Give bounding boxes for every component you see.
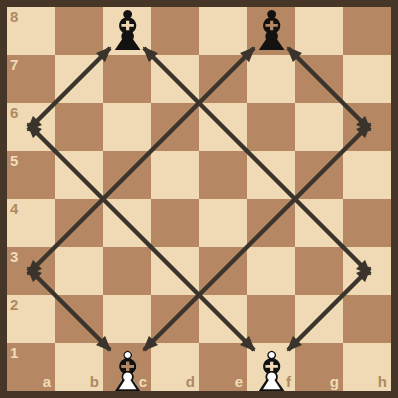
board-border: 87654321abcdefgh — [0, 0, 398, 398]
square-h4[interactable] — [343, 199, 391, 247]
rank-label-4: 4 — [10, 200, 18, 218]
square-d6[interactable] — [151, 103, 199, 151]
square-h7[interactable] — [343, 55, 391, 103]
square-g6[interactable] — [295, 103, 343, 151]
rank-label-8: 8 — [10, 8, 18, 26]
square-d1[interactable]: d — [151, 343, 199, 391]
square-b6[interactable] — [55, 103, 103, 151]
rank-label-6: 6 — [10, 104, 18, 122]
piece-white-bishop-c1[interactable]: ♝♗ — [103, 347, 151, 395]
square-b8[interactable] — [55, 7, 103, 55]
square-c5[interactable] — [103, 151, 151, 199]
square-e8[interactable] — [199, 7, 247, 55]
square-e1[interactable]: e — [199, 343, 247, 391]
square-c4[interactable] — [103, 199, 151, 247]
square-g4[interactable] — [295, 199, 343, 247]
square-d7[interactable] — [151, 55, 199, 103]
square-h1[interactable]: h — [343, 343, 391, 391]
file-label-b: b — [90, 374, 99, 390]
square-b4[interactable] — [55, 199, 103, 247]
square-c3[interactable] — [103, 247, 151, 295]
square-d5[interactable] — [151, 151, 199, 199]
square-a3[interactable]: 3 — [7, 247, 55, 295]
square-h3[interactable] — [343, 247, 391, 295]
rank-label-2: 2 — [10, 296, 18, 314]
square-g3[interactable] — [295, 247, 343, 295]
square-e3[interactable] — [199, 247, 247, 295]
rank-label-5: 5 — [10, 152, 18, 170]
square-c2[interactable] — [103, 295, 151, 343]
square-g5[interactable] — [295, 151, 343, 199]
square-d2[interactable] — [151, 295, 199, 343]
square-f6[interactable] — [247, 103, 295, 151]
square-a7[interactable]: 7 — [7, 55, 55, 103]
piece-black-bishop-f8[interactable]: ♝ — [247, 6, 295, 54]
square-e7[interactable] — [199, 55, 247, 103]
chess-diagram: 87654321abcdefgh ♝♝♝♗♝♗ — [0, 0, 398, 398]
square-a2[interactable]: 2 — [7, 295, 55, 343]
square-c6[interactable] — [103, 103, 151, 151]
square-b3[interactable] — [55, 247, 103, 295]
square-h6[interactable] — [343, 103, 391, 151]
square-b2[interactable] — [55, 295, 103, 343]
square-f2[interactable] — [247, 295, 295, 343]
black-bishop-glyph: ♝ — [247, 6, 295, 54]
piece-white-bishop-f1[interactable]: ♝♗ — [247, 347, 295, 395]
square-e6[interactable] — [199, 103, 247, 151]
rank-label-3: 3 — [10, 248, 18, 266]
chess-board: 87654321abcdefgh — [7, 7, 391, 391]
square-g1[interactable]: g — [295, 343, 343, 391]
file-label-a: a — [43, 374, 51, 390]
square-d4[interactable] — [151, 199, 199, 247]
file-label-d: d — [186, 374, 195, 390]
square-h8[interactable] — [343, 7, 391, 55]
square-a8[interactable]: 8 — [7, 7, 55, 55]
square-f5[interactable] — [247, 151, 295, 199]
square-g2[interactable] — [295, 295, 343, 343]
square-a1[interactable]: 1a — [7, 343, 55, 391]
square-b1[interactable]: b — [55, 343, 103, 391]
square-d8[interactable] — [151, 7, 199, 55]
square-g8[interactable] — [295, 7, 343, 55]
white-bishop-outline: ♗ — [103, 347, 151, 395]
square-a5[interactable]: 5 — [7, 151, 55, 199]
square-b7[interactable] — [55, 55, 103, 103]
black-bishop-glyph: ♝ — [103, 6, 151, 54]
square-f4[interactable] — [247, 199, 295, 247]
square-h5[interactable] — [343, 151, 391, 199]
white-bishop-outline: ♗ — [247, 347, 295, 395]
square-a6[interactable]: 6 — [7, 103, 55, 151]
square-e2[interactable] — [199, 295, 247, 343]
square-e4[interactable] — [199, 199, 247, 247]
square-f3[interactable] — [247, 247, 295, 295]
square-b5[interactable] — [55, 151, 103, 199]
square-e5[interactable] — [199, 151, 247, 199]
rank-label-7: 7 — [10, 56, 18, 74]
file-label-g: g — [330, 374, 339, 390]
square-g7[interactable] — [295, 55, 343, 103]
file-label-h: h — [378, 374, 387, 390]
square-d3[interactable] — [151, 247, 199, 295]
rank-label-1: 1 — [10, 344, 18, 362]
file-label-e: e — [235, 374, 243, 390]
square-h2[interactable] — [343, 295, 391, 343]
piece-black-bishop-c8[interactable]: ♝ — [103, 6, 151, 54]
square-a4[interactable]: 4 — [7, 199, 55, 247]
